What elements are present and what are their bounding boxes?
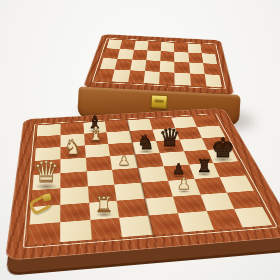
open-chess-board bbox=[0, 80, 280, 280]
square-b1 bbox=[60, 220, 91, 242]
product-photo-scene: ♝♝♞♞♛♟♚♛♟♜♟♜ bbox=[0, 0, 280, 280]
lid-square-3-2 bbox=[145, 60, 161, 72]
lid-square-5-2 bbox=[175, 62, 190, 74]
board-frame bbox=[5, 108, 280, 261]
square-c1 bbox=[90, 218, 122, 240]
lid-square-4-2 bbox=[160, 61, 175, 73]
board-pinstripe bbox=[23, 114, 279, 249]
lid-square-2-2 bbox=[130, 60, 146, 72]
lid-square-7-2 bbox=[203, 63, 219, 75]
square-a1 bbox=[28, 222, 60, 244]
